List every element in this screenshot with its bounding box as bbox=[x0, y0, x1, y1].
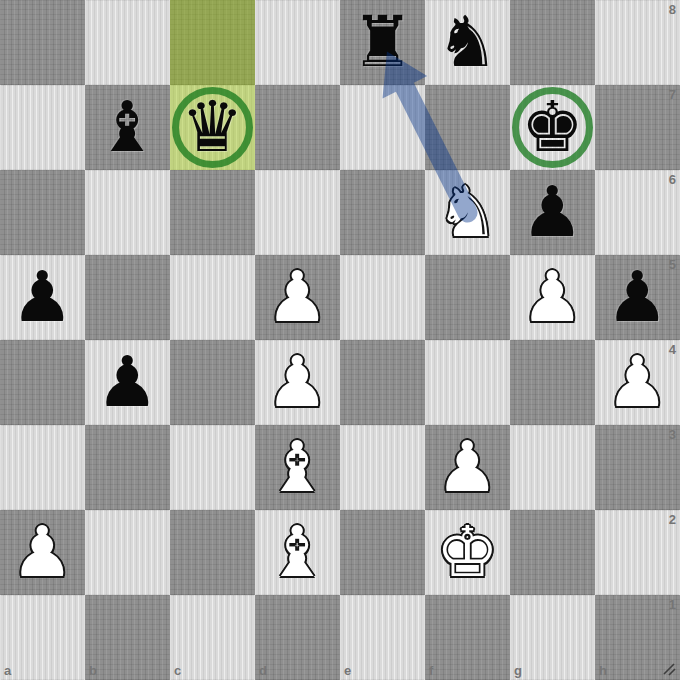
square-b7[interactable]: ♝ bbox=[85, 85, 170, 170]
square-g7[interactable]: ♚ bbox=[510, 85, 595, 170]
square-c7[interactable]: ♛ bbox=[170, 85, 255, 170]
file-coordinate-d: d bbox=[259, 663, 267, 678]
black-rook[interactable]: ♜ bbox=[340, 0, 425, 85]
square-d5[interactable]: ♟ bbox=[255, 255, 340, 340]
square-a5[interactable]: ♟ bbox=[0, 255, 85, 340]
square-e6[interactable] bbox=[340, 170, 425, 255]
square-f5[interactable] bbox=[425, 255, 510, 340]
square-b8[interactable] bbox=[85, 0, 170, 85]
square-h6[interactable]: 6 bbox=[595, 170, 680, 255]
white-pawn[interactable]: ♟ bbox=[255, 255, 340, 340]
square-f3[interactable]: ♟ bbox=[425, 425, 510, 510]
white-pawn[interactable]: ♟ bbox=[0, 510, 85, 595]
square-b1[interactable]: b bbox=[85, 595, 170, 680]
square-h8[interactable]: 8 bbox=[595, 0, 680, 85]
square-e4[interactable] bbox=[340, 340, 425, 425]
white-knight[interactable]: ♞ bbox=[425, 170, 510, 255]
square-f8[interactable]: ♞ bbox=[425, 0, 510, 85]
square-e2[interactable] bbox=[340, 510, 425, 595]
file-coordinate-h: h bbox=[599, 663, 607, 678]
square-e8[interactable]: ♜ bbox=[340, 0, 425, 85]
black-knight[interactable]: ♞ bbox=[425, 0, 510, 85]
file-coordinate-f: f bbox=[429, 663, 433, 678]
square-c2[interactable] bbox=[170, 510, 255, 595]
square-e1[interactable]: e bbox=[340, 595, 425, 680]
black-king[interactable]: ♚ bbox=[510, 85, 595, 170]
square-f4[interactable] bbox=[425, 340, 510, 425]
rank-coordinate-2: 2 bbox=[669, 512, 676, 527]
square-c8[interactable] bbox=[170, 0, 255, 85]
white-pawn[interactable]: ♟ bbox=[510, 255, 595, 340]
square-b4[interactable]: ♟ bbox=[85, 340, 170, 425]
square-f7[interactable] bbox=[425, 85, 510, 170]
file-coordinate-a: a bbox=[4, 663, 11, 678]
board-resize-handle-icon[interactable] bbox=[660, 660, 678, 678]
square-a4[interactable] bbox=[0, 340, 85, 425]
white-bishop[interactable]: ♝ bbox=[255, 425, 340, 510]
square-e3[interactable] bbox=[340, 425, 425, 510]
square-e5[interactable] bbox=[340, 255, 425, 340]
square-h5[interactable]: ♟5 bbox=[595, 255, 680, 340]
rank-coordinate-1: 1 bbox=[669, 597, 676, 612]
black-bishop[interactable]: ♝ bbox=[85, 85, 170, 170]
square-c3[interactable] bbox=[170, 425, 255, 510]
square-g3[interactable] bbox=[510, 425, 595, 510]
square-g5[interactable]: ♟ bbox=[510, 255, 595, 340]
square-g2[interactable] bbox=[510, 510, 595, 595]
square-g6[interactable]: ♟ bbox=[510, 170, 595, 255]
square-h7[interactable]: 7 bbox=[595, 85, 680, 170]
chess-board-container: ♜♞8♝♛♚7♞♟6♟♟♟♟5♟♟♟4♝♟3♟♝♚2abcdefgh1 bbox=[0, 0, 680, 682]
square-g4[interactable] bbox=[510, 340, 595, 425]
square-c5[interactable] bbox=[170, 255, 255, 340]
square-b6[interactable] bbox=[85, 170, 170, 255]
black-pawn[interactable]: ♟ bbox=[0, 255, 85, 340]
square-e7[interactable] bbox=[340, 85, 425, 170]
square-c1[interactable]: c bbox=[170, 595, 255, 680]
square-c6[interactable] bbox=[170, 170, 255, 255]
file-coordinate-b: b bbox=[89, 663, 97, 678]
file-coordinate-g: g bbox=[514, 663, 522, 678]
square-d2[interactable]: ♝ bbox=[255, 510, 340, 595]
file-coordinate-e: e bbox=[344, 663, 351, 678]
square-a3[interactable] bbox=[0, 425, 85, 510]
black-pawn[interactable]: ♟ bbox=[85, 340, 170, 425]
black-queen[interactable]: ♛ bbox=[170, 85, 255, 170]
square-f2[interactable]: ♚ bbox=[425, 510, 510, 595]
square-d8[interactable] bbox=[255, 0, 340, 85]
white-pawn[interactable]: ♟ bbox=[255, 340, 340, 425]
square-g1[interactable]: g bbox=[510, 595, 595, 680]
square-c4[interactable] bbox=[170, 340, 255, 425]
last-move-highlight bbox=[170, 0, 255, 85]
rank-coordinate-7: 7 bbox=[669, 87, 676, 102]
white-pawn[interactable]: ♟ bbox=[595, 340, 680, 425]
square-d3[interactable]: ♝ bbox=[255, 425, 340, 510]
square-d1[interactable]: d bbox=[255, 595, 340, 680]
square-h4[interactable]: ♟4 bbox=[595, 340, 680, 425]
white-pawn[interactable]: ♟ bbox=[425, 425, 510, 510]
rank-coordinate-6: 6 bbox=[669, 172, 676, 187]
file-coordinate-c: c bbox=[174, 663, 181, 678]
black-pawn[interactable]: ♟ bbox=[510, 170, 595, 255]
square-a6[interactable] bbox=[0, 170, 85, 255]
square-h3[interactable]: 3 bbox=[595, 425, 680, 510]
rank-coordinate-3: 3 bbox=[669, 427, 676, 442]
square-b2[interactable] bbox=[85, 510, 170, 595]
square-d4[interactable]: ♟ bbox=[255, 340, 340, 425]
rank-coordinate-8: 8 bbox=[669, 2, 676, 17]
white-bishop[interactable]: ♝ bbox=[255, 510, 340, 595]
square-f6[interactable]: ♞ bbox=[425, 170, 510, 255]
square-f1[interactable]: f bbox=[425, 595, 510, 680]
black-pawn[interactable]: ♟ bbox=[595, 255, 680, 340]
square-d7[interactable] bbox=[255, 85, 340, 170]
white-king[interactable]: ♚ bbox=[425, 510, 510, 595]
square-a8[interactable] bbox=[0, 0, 85, 85]
square-g8[interactable] bbox=[510, 0, 595, 85]
square-a1[interactable]: a bbox=[0, 595, 85, 680]
chess-board[interactable]: ♜♞8♝♛♚7♞♟6♟♟♟♟5♟♟♟4♝♟3♟♝♚2abcdefgh1 bbox=[0, 0, 680, 680]
square-b5[interactable] bbox=[85, 255, 170, 340]
square-b3[interactable] bbox=[85, 425, 170, 510]
square-h2[interactable]: 2 bbox=[595, 510, 680, 595]
square-a7[interactable] bbox=[0, 85, 85, 170]
square-a2[interactable]: ♟ bbox=[0, 510, 85, 595]
square-d6[interactable] bbox=[255, 170, 340, 255]
